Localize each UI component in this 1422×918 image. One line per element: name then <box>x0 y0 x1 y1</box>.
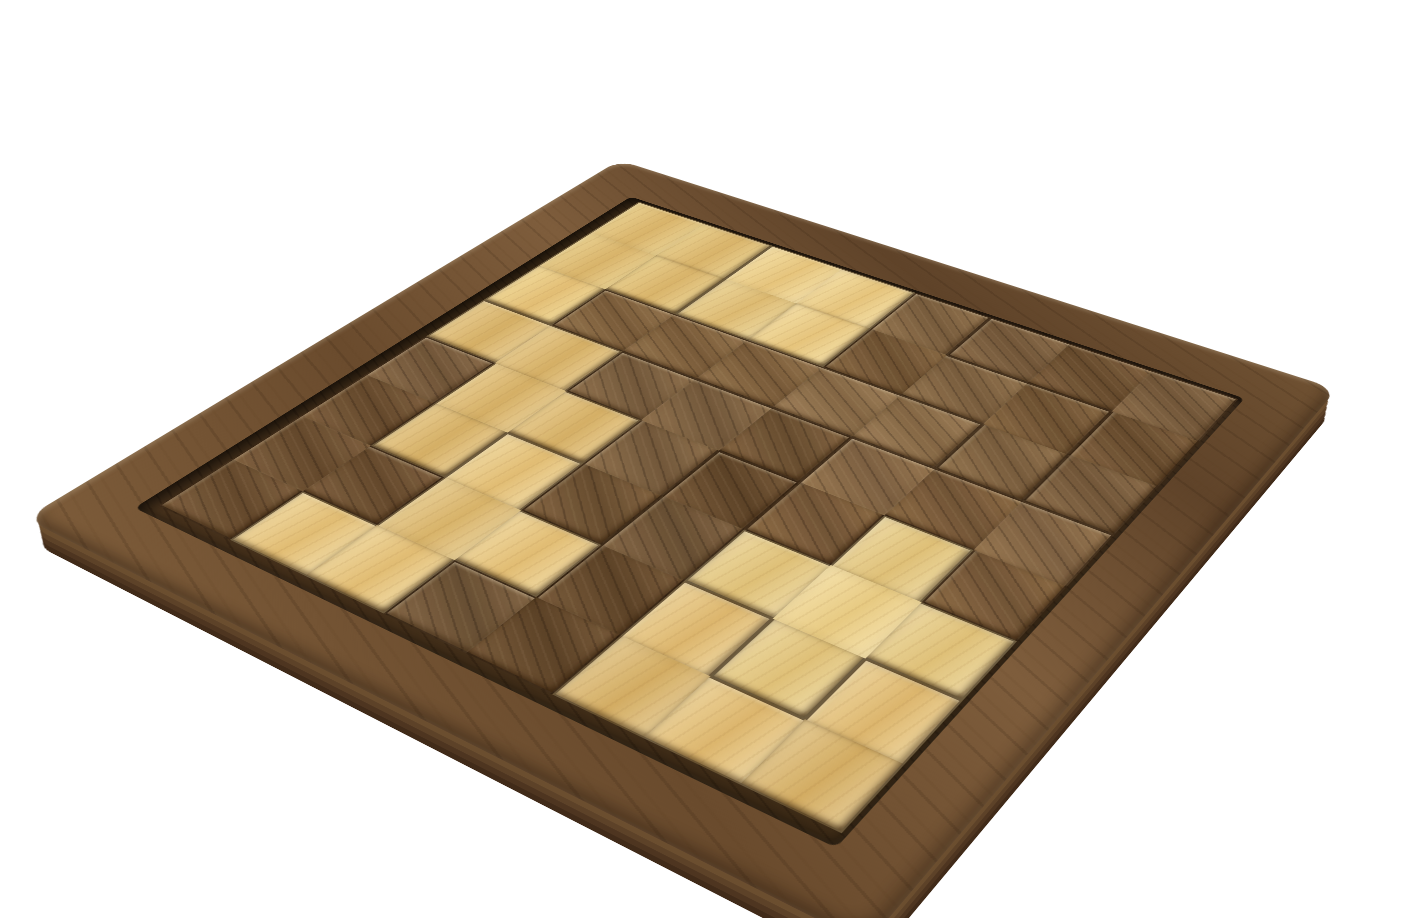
piece-L-cell-r5c4[interactable] <box>601 496 745 581</box>
piece-X-cell-r5c6[interactable] <box>773 565 922 658</box>
piece-G-cell-r7c1[interactable] <box>230 491 377 575</box>
piece-X-cell-r4c6[interactable] <box>831 515 974 602</box>
piece-X-cell-r6c6[interactable] <box>711 619 866 719</box>
piece-L-cell-r7c4[interactable] <box>466 597 621 695</box>
piece-L-cell-r7c3[interactable] <box>383 560 535 653</box>
piece-U-cell-r3c7[interactable] <box>974 501 1114 587</box>
piece-S-cell-r6c5[interactable] <box>621 581 773 676</box>
piece-L-cell-r6c4[interactable] <box>536 545 685 636</box>
tray-recess-floor <box>134 197 1244 848</box>
piece-V-cell-r2c7[interactable] <box>1023 455 1158 535</box>
piece-grid <box>159 202 1239 834</box>
piece-L-cell-r4c4[interactable] <box>662 450 800 530</box>
piece-G-cell-r6c3[interactable] <box>454 510 600 597</box>
piece-Y-cell-r7c0[interactable] <box>159 459 303 540</box>
piece-X-cell-r5c5[interactable] <box>685 530 831 619</box>
piece-G-cell-r7c2[interactable] <box>305 525 454 613</box>
piece-G-cell-r6c2[interactable] <box>377 477 521 560</box>
piece-S-cell-r6c7[interactable] <box>805 659 963 765</box>
piece-U-cell-r3c6[interactable] <box>885 468 1023 550</box>
piece-S-cell-r7c6[interactable] <box>644 676 805 784</box>
puzzle-board <box>25 160 1337 918</box>
piece-Y-cell-r6c1[interactable] <box>303 446 444 525</box>
piece-U-cell-r4c7[interactable] <box>921 550 1067 642</box>
piece-X-cell-r5c7[interactable] <box>865 602 1016 700</box>
piece-U-cell-r4c5[interactable] <box>744 482 885 565</box>
tray-rim <box>25 160 1337 918</box>
piece-S-cell-r7c7[interactable] <box>740 719 904 833</box>
piece-T-cell-r5c3[interactable] <box>521 464 662 545</box>
piece-S-cell-r7c5[interactable] <box>553 636 711 739</box>
photo-scene <box>0 0 1422 918</box>
